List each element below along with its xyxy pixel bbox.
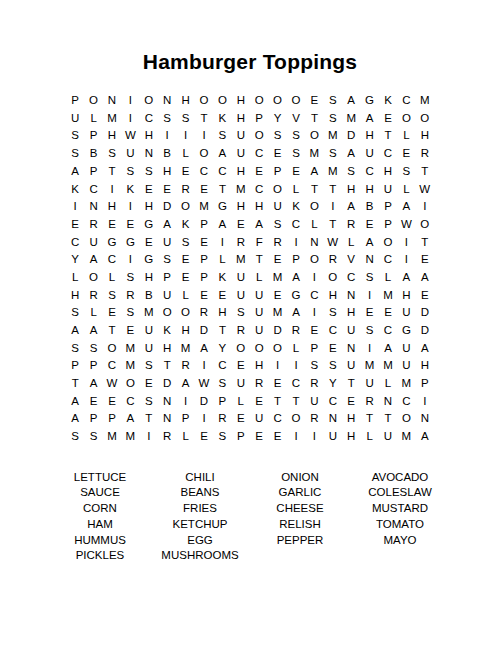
grid-cell-r5c14[interactable]: A [305,163,323,181]
grid-cell-r7c20[interactable]: I [416,198,434,216]
grid-cell-r12c20[interactable]: E [416,287,434,305]
grid-cell-r6c20[interactable]: W [416,180,434,198]
grid-cell-r9c1[interactable]: C [66,234,84,252]
grid-cell-r17c15[interactable]: Y [324,375,342,393]
grid-cell-r3c9[interactable]: S [213,127,231,145]
grid-cell-r9c10[interactable]: R [232,234,250,252]
grid-cell-r7c16[interactable]: A [342,198,360,216]
grid-cell-r15c19[interactable]: U [397,340,415,358]
grid-cell-r19c2[interactable]: P [84,410,102,428]
grid-cell-r14c11[interactable]: U [250,322,268,340]
grid-cell-r17c6[interactable]: D [158,375,176,393]
grid-cell-r6c19[interactable]: L [397,180,415,198]
grid-cell-r13c19[interactable]: U [397,304,415,322]
grid-cell-r3c8[interactable]: I [195,127,213,145]
grid-cell-r5c5[interactable]: S [140,163,158,181]
grid-cell-r4c20[interactable]: R [416,145,434,163]
grid-cell-r1c2[interactable]: O [84,92,102,110]
grid-cell-r16c4[interactable]: M [121,357,139,375]
grid-cell-r7c2[interactable]: N [84,198,102,216]
grid-cell-r19c7[interactable]: P [176,410,194,428]
grid-cell-r8c15[interactable]: T [324,216,342,234]
grid-cell-r4c6[interactable]: B [158,145,176,163]
grid-cell-r3c19[interactable]: L [397,127,415,145]
grid-cell-r8c4[interactable]: E [121,216,139,234]
grid-cell-r5c9[interactable]: C [213,163,231,181]
grid-cell-r19c3[interactable]: P [103,410,121,428]
grid-cell-r8c11[interactable]: A [250,216,268,234]
grid-cell-r17c18[interactable]: L [379,375,397,393]
grid-cell-r20c5[interactable]: I [140,428,158,446]
grid-cell-r2c8[interactable]: T [195,110,213,128]
grid-cell-r4c9[interactable]: A [213,145,231,163]
grid-cell-r1c4[interactable]: I [121,92,139,110]
grid-cell-r1c12[interactable]: O [268,92,286,110]
grid-cell-r20c7[interactable]: L [176,428,194,446]
grid-cell-r5c18[interactable]: H [379,163,397,181]
grid-cell-r8c16[interactable]: R [342,216,360,234]
grid-cell-r9c2[interactable]: U [84,234,102,252]
grid-cell-r18c17[interactable]: R [360,393,378,411]
grid-cell-r11c17[interactable]: S [360,269,378,287]
grid-cell-r8c6[interactable]: A [158,216,176,234]
grid-cell-r1c13[interactable]: O [287,92,305,110]
grid-cell-r7c4[interactable]: I [121,198,139,216]
grid-cell-r14c18[interactable]: C [379,322,397,340]
grid-cell-r2c1[interactable]: U [66,110,84,128]
grid-cell-r17c11[interactable]: R [250,375,268,393]
grid-cell-r1c15[interactable]: S [324,92,342,110]
grid-cell-r4c16[interactable]: A [342,145,360,163]
grid-cell-r2c14[interactable]: T [305,110,323,128]
grid-cell-r9c5[interactable]: E [140,234,158,252]
grid-cell-r11c10[interactable]: U [232,269,250,287]
grid-cell-r16c15[interactable]: S [324,357,342,375]
grid-cell-r18c7[interactable]: I [176,393,194,411]
grid-cell-r12c19[interactable]: H [397,287,415,305]
grid-cell-r15c14[interactable]: P [305,340,323,358]
grid-cell-r16c3[interactable]: C [103,357,121,375]
grid-cell-r9c20[interactable]: T [416,234,434,252]
grid-cell-r5c12[interactable]: P [268,163,286,181]
grid-cell-r10c12[interactable]: E [268,251,286,269]
grid-cell-r18c11[interactable]: E [250,393,268,411]
grid-cell-r20c10[interactable]: P [232,428,250,446]
grid-cell-r7c9[interactable]: G [213,198,231,216]
grid-cell-r13c13[interactable]: A [287,304,305,322]
grid-cell-r6c9[interactable]: T [213,180,231,198]
grid-cell-r4c11[interactable]: C [250,145,268,163]
grid-cell-r20c14[interactable]: I [305,428,323,446]
grid-cell-r16c7[interactable]: R [176,357,194,375]
grid-cell-r6c6[interactable]: E [158,180,176,198]
grid-cell-r13c11[interactable]: U [250,304,268,322]
grid-cell-r19c9[interactable]: R [213,410,231,428]
grid-cell-r13c4[interactable]: S [121,304,139,322]
grid-cell-r4c5[interactable]: N [140,145,158,163]
grid-cell-r17c2[interactable]: A [84,375,102,393]
grid-cell-r8c14[interactable]: L [305,216,323,234]
grid-cell-r14c17[interactable]: S [360,322,378,340]
grid-cell-r19c12[interactable]: C [268,410,286,428]
grid-cell-r15c8[interactable]: A [195,340,213,358]
grid-cell-r9c13[interactable]: I [287,234,305,252]
grid-cell-r17c13[interactable]: C [287,375,305,393]
grid-cell-r13c5[interactable]: M [140,304,158,322]
grid-cell-r8c2[interactable]: R [84,216,102,234]
grid-cell-r5c2[interactable]: P [84,163,102,181]
grid-cell-r18c10[interactable]: L [232,393,250,411]
grid-cell-r1c9[interactable]: O [213,92,231,110]
grid-cell-r3c1[interactable]: S [66,127,84,145]
grid-cell-r10c5[interactable]: G [140,251,158,269]
grid-cell-r20c19[interactable]: M [397,428,415,446]
grid-cell-r11c19[interactable]: A [397,269,415,287]
grid-cell-r3c11[interactable]: O [250,127,268,145]
grid-cell-r10c2[interactable]: A [84,251,102,269]
grid-cell-r16c19[interactable]: U [397,357,415,375]
grid-cell-r14c19[interactable]: G [397,322,415,340]
grid-cell-r14c20[interactable]: D [416,322,434,340]
grid-cell-r11c7[interactable]: E [176,269,194,287]
grid-cell-r8c5[interactable]: G [140,216,158,234]
grid-cell-r16c12[interactable]: I [268,357,286,375]
grid-cell-r14c3[interactable]: T [103,322,121,340]
grid-cell-r3c2[interactable]: P [84,127,102,145]
grid-cell-r5c20[interactable]: T [416,163,434,181]
grid-cell-r3c7[interactable]: I [176,127,194,145]
grid-cell-r9c9[interactable]: I [213,234,231,252]
grid-cell-r5c11[interactable]: E [250,163,268,181]
grid-cell-r12c5[interactable]: B [140,287,158,305]
grid-cell-r20c2[interactable]: S [84,428,102,446]
grid-cell-r19c17[interactable]: T [360,410,378,428]
grid-cell-r2c19[interactable]: O [397,110,415,128]
grid-cell-r15c5[interactable]: U [140,340,158,358]
grid-cell-r18c4[interactable]: C [121,393,139,411]
grid-cell-r16c8[interactable]: I [195,357,213,375]
grid-cell-r19c16[interactable]: H [342,410,360,428]
grid-cell-r12c12[interactable]: E [268,287,286,305]
grid-cell-r4c18[interactable]: C [379,145,397,163]
grid-cell-r2c20[interactable]: O [416,110,434,128]
grid-cell-r18c8[interactable]: D [195,393,213,411]
grid-cell-r16c20[interactable]: H [416,357,434,375]
grid-cell-r5c6[interactable]: H [158,163,176,181]
grid-cell-r4c7[interactable]: L [176,145,194,163]
grid-cell-r10c6[interactable]: S [158,251,176,269]
grid-cell-r1c11[interactable]: O [250,92,268,110]
grid-cell-r13c3[interactable]: E [103,304,121,322]
grid-cell-r10c15[interactable]: R [324,251,342,269]
grid-cell-r1c10[interactable]: H [232,92,250,110]
grid-cell-r6c4[interactable]: K [121,180,139,198]
grid-cell-r1c6[interactable]: N [158,92,176,110]
grid-cell-r16c13[interactable]: I [287,357,305,375]
grid-cell-r6c10[interactable]: M [232,180,250,198]
grid-cell-r14c14[interactable]: E [305,322,323,340]
grid-cell-r13c12[interactable]: M [268,304,286,322]
grid-cell-r11c18[interactable]: L [379,269,397,287]
grid-cell-r9c17[interactable]: A [360,234,378,252]
grid-cell-r10c10[interactable]: M [232,251,250,269]
grid-cell-r11c12[interactable]: M [268,269,286,287]
grid-cell-r19c20[interactable]: N [416,410,434,428]
grid-cell-r6c1[interactable]: K [66,180,84,198]
grid-cell-r19c10[interactable]: E [232,410,250,428]
grid-cell-r12c13[interactable]: G [287,287,305,305]
grid-cell-r5c4[interactable]: S [121,163,139,181]
grid-cell-r6c5[interactable]: E [140,180,158,198]
grid-cell-r16c10[interactable]: E [232,357,250,375]
grid-cell-r10c11[interactable]: T [250,251,268,269]
grid-cell-r12c1[interactable]: H [66,287,84,305]
grid-cell-r17c14[interactable]: R [305,375,323,393]
grid-cell-r5c1[interactable]: A [66,163,84,181]
grid-cell-r7c1[interactable]: I [66,198,84,216]
grid-cell-r10c16[interactable]: V [342,251,360,269]
grid-cell-r10c13[interactable]: P [287,251,305,269]
grid-cell-r7c12[interactable]: U [268,198,286,216]
grid-cell-r13c17[interactable]: E [360,304,378,322]
grid-cell-r20c17[interactable]: L [360,428,378,446]
grid-cell-r1c20[interactable]: M [416,92,434,110]
grid-cell-r12c9[interactable]: E [213,287,231,305]
grid-cell-r14c7[interactable]: H [176,322,194,340]
grid-cell-r15c10[interactable]: O [232,340,250,358]
grid-cell-r6c17[interactable]: H [360,180,378,198]
grid-cell-r17c7[interactable]: A [176,375,194,393]
grid-cell-r20c18[interactable]: U [379,428,397,446]
grid-cell-r2c4[interactable]: I [121,110,139,128]
grid-cell-r4c3[interactable]: S [103,145,121,163]
grid-cell-r18c3[interactable]: E [103,393,121,411]
grid-cell-r7c5[interactable]: H [140,198,158,216]
grid-cell-r2c9[interactable]: K [213,110,231,128]
grid-cell-r17c19[interactable]: M [397,375,415,393]
grid-cell-r7c11[interactable]: H [250,198,268,216]
grid-cell-r17c16[interactable]: T [342,375,360,393]
grid-cell-r19c13[interactable]: O [287,410,305,428]
grid-cell-r8c8[interactable]: P [195,216,213,234]
grid-cell-r17c20[interactable]: P [416,375,434,393]
grid-cell-r11c1[interactable]: L [66,269,84,287]
grid-cell-r8c9[interactable]: A [213,216,231,234]
grid-cell-r20c16[interactable]: H [342,428,360,446]
grid-cell-r17c8[interactable]: W [195,375,213,393]
grid-cell-r10c8[interactable]: P [195,251,213,269]
grid-cell-r2c5[interactable]: C [140,110,158,128]
grid-cell-r11c9[interactable]: K [213,269,231,287]
grid-cell-r16c18[interactable]: M [379,357,397,375]
grid-cell-r18c15[interactable]: C [324,393,342,411]
grid-cell-r18c12[interactable]: T [268,393,286,411]
grid-cell-r15c2[interactable]: S [84,340,102,358]
grid-cell-r13c2[interactable]: L [84,304,102,322]
grid-cell-r13c16[interactable]: H [342,304,360,322]
grid-cell-r12c15[interactable]: H [324,287,342,305]
grid-cell-r16c17[interactable]: M [360,357,378,375]
grid-cell-r10c18[interactable]: C [379,251,397,269]
grid-cell-r15c17[interactable]: I [360,340,378,358]
grid-cell-r18c16[interactable]: E [342,393,360,411]
grid-cell-r20c1[interactable]: S [66,428,84,446]
grid-cell-r10c17[interactable]: N [360,251,378,269]
grid-cell-r16c16[interactable]: U [342,357,360,375]
grid-cell-r2c10[interactable]: H [232,110,250,128]
grid-cell-r6c3[interactable]: I [103,180,121,198]
grid-cell-r2c17[interactable]: A [360,110,378,128]
grid-cell-r6c2[interactable]: C [84,180,102,198]
grid-cell-r14c10[interactable]: R [232,322,250,340]
grid-cell-r15c11[interactable]: O [250,340,268,358]
grid-cell-r5c17[interactable]: C [360,163,378,181]
grid-cell-r13c9[interactable]: H [213,304,231,322]
grid-cell-r10c9[interactable]: L [213,251,231,269]
grid-cell-r11c5[interactable]: H [140,269,158,287]
grid-cell-r3c13[interactable]: S [287,127,305,145]
grid-cell-r7c6[interactable]: D [158,198,176,216]
grid-cell-r4c4[interactable]: U [121,145,139,163]
grid-cell-r2c6[interactable]: S [158,110,176,128]
grid-cell-r13c10[interactable]: S [232,304,250,322]
grid-cell-r12c11[interactable]: U [250,287,268,305]
grid-cell-r2c2[interactable]: L [84,110,102,128]
grid-cell-r6c12[interactable]: O [268,180,286,198]
grid-cell-r7c8[interactable]: M [195,198,213,216]
grid-cell-r12c2[interactable]: R [84,287,102,305]
grid-cell-r11c15[interactable]: O [324,269,342,287]
grid-cell-r18c19[interactable]: C [397,393,415,411]
grid-cell-r10c3[interactable]: C [103,251,121,269]
grid-cell-r8c10[interactable]: E [232,216,250,234]
grid-cell-r14c4[interactable]: E [121,322,139,340]
grid-cell-r17c4[interactable]: O [121,375,139,393]
grid-cell-r1c8[interactable]: O [195,92,213,110]
grid-cell-r3c4[interactable]: W [121,127,139,145]
grid-cell-r15c12[interactable]: O [268,340,286,358]
grid-cell-r10c19[interactable]: I [397,251,415,269]
grid-cell-r12c14[interactable]: C [305,287,323,305]
grid-cell-r5c10[interactable]: H [232,163,250,181]
grid-cell-r8c18[interactable]: P [379,216,397,234]
grid-cell-r20c6[interactable]: R [158,428,176,446]
grid-cell-r2c16[interactable]: M [342,110,360,128]
grid-cell-r6c7[interactable]: R [176,180,194,198]
grid-cell-r10c14[interactable]: O [305,251,323,269]
grid-cell-r6c16[interactable]: H [342,180,360,198]
grid-cell-r11c4[interactable]: S [121,269,139,287]
grid-cell-r14c9[interactable]: T [213,322,231,340]
grid-cell-r15c18[interactable]: A [379,340,397,358]
grid-cell-r9c16[interactable]: L [342,234,360,252]
grid-cell-r1c14[interactable]: E [305,92,323,110]
grid-cell-r5c8[interactable]: C [195,163,213,181]
grid-cell-r7c15[interactable]: I [324,198,342,216]
grid-cell-r1c3[interactable]: N [103,92,121,110]
grid-cell-r17c5[interactable]: E [140,375,158,393]
grid-cell-r3c10[interactable]: U [232,127,250,145]
grid-cell-r19c8[interactable]: I [195,410,213,428]
grid-cell-r1c7[interactable]: H [176,92,194,110]
grid-cell-r19c4[interactable]: A [121,410,139,428]
grid-cell-r8c12[interactable]: S [268,216,286,234]
grid-cell-r15c13[interactable]: L [287,340,305,358]
grid-cell-r5c3[interactable]: T [103,163,121,181]
grid-cell-r13c6[interactable]: O [158,304,176,322]
grid-cell-r8c20[interactable]: O [416,216,434,234]
grid-cell-r8c19[interactable]: W [397,216,415,234]
grid-cell-r3c5[interactable]: H [140,127,158,145]
grid-cell-r18c20[interactable]: I [416,393,434,411]
grid-cell-r18c5[interactable]: S [140,393,158,411]
grid-cell-r2c11[interactable]: P [250,110,268,128]
grid-cell-r8c13[interactable]: C [287,216,305,234]
grid-cell-r1c19[interactable]: C [397,92,415,110]
grid-cell-r6c15[interactable]: T [324,180,342,198]
grid-cell-r14c1[interactable]: A [66,322,84,340]
grid-cell-r4c8[interactable]: O [195,145,213,163]
grid-cell-r20c12[interactable]: E [268,428,286,446]
grid-cell-r13c20[interactable]: D [416,304,434,322]
grid-cell-r12c18[interactable]: M [379,287,397,305]
grid-cell-r18c18[interactable]: N [379,393,397,411]
grid-cell-r7c13[interactable]: K [287,198,305,216]
grid-cell-r20c9[interactable]: S [213,428,231,446]
grid-cell-r19c18[interactable]: T [379,410,397,428]
grid-cell-r1c16[interactable]: A [342,92,360,110]
grid-cell-r12c16[interactable]: N [342,287,360,305]
grid-cell-r3c16[interactable]: D [342,127,360,145]
grid-cell-r16c14[interactable]: S [305,357,323,375]
grid-cell-r15c16[interactable]: N [342,340,360,358]
grid-cell-r5c13[interactable]: E [287,163,305,181]
grid-cell-r9c18[interactable]: O [379,234,397,252]
grid-cell-r11c13[interactable]: A [287,269,305,287]
grid-cell-r17c12[interactable]: E [268,375,286,393]
grid-cell-r18c14[interactable]: U [305,393,323,411]
grid-cell-r6c14[interactable]: T [305,180,323,198]
grid-cell-r15c15[interactable]: E [324,340,342,358]
grid-cell-r12c17[interactable]: I [360,287,378,305]
grid-cell-r15c4[interactable]: M [121,340,139,358]
grid-cell-r14c12[interactable]: D [268,322,286,340]
grid-cell-r13c8[interactable]: R [195,304,213,322]
grid-cell-r3c15[interactable]: M [324,127,342,145]
grid-cell-r9c15[interactable]: W [324,234,342,252]
grid-cell-r7c3[interactable]: H [103,198,121,216]
grid-cell-r16c6[interactable]: T [158,357,176,375]
grid-cell-r19c6[interactable]: N [158,410,176,428]
grid-cell-r2c18[interactable]: E [379,110,397,128]
grid-cell-r15c3[interactable]: O [103,340,121,358]
grid-cell-r4c2[interactable]: B [84,145,102,163]
grid-cell-r17c10[interactable]: U [232,375,250,393]
grid-cell-r15c7[interactable]: M [176,340,194,358]
grid-cell-r12c10[interactable]: U [232,287,250,305]
grid-cell-r20c15[interactable]: U [324,428,342,446]
grid-cell-r17c9[interactable]: S [213,375,231,393]
grid-cell-r9c12[interactable]: R [268,234,286,252]
grid-cell-r4c17[interactable]: U [360,145,378,163]
grid-cell-r11c8[interactable]: P [195,269,213,287]
grid-cell-r13c18[interactable]: E [379,304,397,322]
grid-cell-r13c1[interactable]: S [66,304,84,322]
grid-cell-r11c14[interactable]: I [305,269,323,287]
grid-cell-r14c8[interactable]: D [195,322,213,340]
grid-cell-r9c14[interactable]: N [305,234,323,252]
grid-cell-r10c4[interactable]: I [121,251,139,269]
